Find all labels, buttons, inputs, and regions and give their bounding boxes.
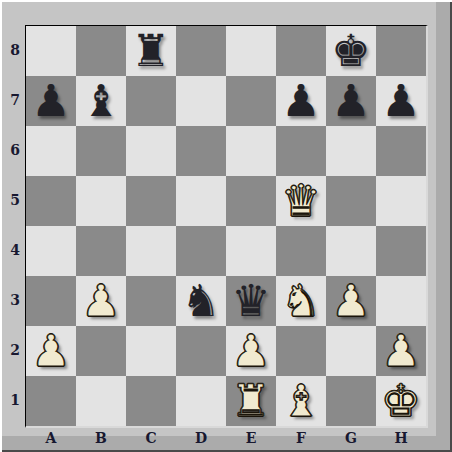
square-d5[interactable] [176,176,226,226]
square-f6[interactable] [276,126,326,176]
black-pawn[interactable]: ♟ [376,76,426,126]
square-f2[interactable] [276,326,326,376]
square-h1[interactable]: ♚ [376,376,426,426]
file-label-d: D [176,428,226,452]
square-d6[interactable] [176,126,226,176]
rank-labels: 87654321 [0,25,25,425]
square-d8[interactable] [176,26,226,76]
square-a8[interactable] [26,26,76,76]
black-queen[interactable]: ♛ [226,276,276,326]
rank-label-8: 8 [0,25,25,75]
white-pawn[interactable]: ♟ [226,326,276,376]
chess-diagram-frame: 87654321 ♜♚♟♝♟♟♟♛♟♞♛♞♟♟♟♟♜♝♚ ABCDEFGH [0,0,452,452]
rank-label-3: 3 [0,275,25,325]
black-rook[interactable]: ♜ [126,26,176,76]
black-pawn[interactable]: ♟ [276,76,326,126]
square-b8[interactable] [76,26,126,76]
square-d1[interactable] [176,376,226,426]
file-label-g: G [326,428,376,452]
file-label-a: A [26,428,76,452]
square-h5[interactable] [376,176,426,226]
square-b7[interactable]: ♝ [76,76,126,126]
square-f8[interactable] [276,26,326,76]
square-c6[interactable] [126,126,176,176]
square-h3[interactable] [376,276,426,326]
white-pawn[interactable]: ♟ [26,326,76,376]
square-e4[interactable] [226,226,276,276]
square-e7[interactable] [226,76,276,126]
black-pawn[interactable]: ♟ [326,76,376,126]
square-c4[interactable] [126,226,176,276]
white-bishop[interactable]: ♝ [276,376,326,426]
square-c7[interactable] [126,76,176,126]
file-label-b: B [76,428,126,452]
square-g7[interactable]: ♟ [326,76,376,126]
square-a3[interactable] [26,276,76,326]
square-c8[interactable]: ♜ [126,26,176,76]
square-d7[interactable] [176,76,226,126]
square-g6[interactable] [326,126,376,176]
square-g2[interactable] [326,326,376,376]
file-label-e: E [226,428,276,452]
square-g1[interactable] [326,376,376,426]
square-d2[interactable] [176,326,226,376]
square-f3[interactable]: ♞ [276,276,326,326]
square-f1[interactable]: ♝ [276,376,326,426]
black-knight[interactable]: ♞ [176,276,226,326]
rank-label-2: 2 [0,325,25,375]
square-b1[interactable] [76,376,126,426]
white-pawn[interactable]: ♟ [76,276,126,326]
rank-label-7: 7 [0,75,25,125]
file-labels: ABCDEFGH [26,428,426,452]
square-h2[interactable]: ♟ [376,326,426,376]
black-king[interactable]: ♚ [326,26,376,76]
chess-board: ♜♚♟♝♟♟♟♛♟♞♛♞♟♟♟♟♜♝♚ [25,25,428,428]
square-b4[interactable] [76,226,126,276]
white-rook[interactable]: ♜ [226,376,276,426]
square-a4[interactable] [26,226,76,276]
square-e1[interactable]: ♜ [226,376,276,426]
square-f4[interactable] [276,226,326,276]
square-b5[interactable] [76,176,126,226]
square-g8[interactable]: ♚ [326,26,376,76]
square-e3[interactable]: ♛ [226,276,276,326]
rank-label-5: 5 [0,175,25,225]
square-c3[interactable] [126,276,176,326]
square-a6[interactable] [26,126,76,176]
rank-label-1: 1 [0,375,25,425]
square-e2[interactable]: ♟ [226,326,276,376]
file-label-c: C [126,428,176,452]
square-f7[interactable]: ♟ [276,76,326,126]
square-e8[interactable] [226,26,276,76]
square-a1[interactable] [26,376,76,426]
file-label-h: H [376,428,426,452]
square-c1[interactable] [126,376,176,426]
square-b3[interactable]: ♟ [76,276,126,326]
white-pawn[interactable]: ♟ [376,326,426,376]
square-a7[interactable]: ♟ [26,76,76,126]
white-knight[interactable]: ♞ [276,276,326,326]
square-g3[interactable]: ♟ [326,276,376,326]
square-h8[interactable] [376,26,426,76]
square-d3[interactable]: ♞ [176,276,226,326]
white-king[interactable]: ♚ [376,376,426,426]
file-label-f: F [276,428,326,452]
square-c2[interactable] [126,326,176,376]
square-h4[interactable] [376,226,426,276]
square-e6[interactable] [226,126,276,176]
white-pawn[interactable]: ♟ [326,276,376,326]
square-h7[interactable]: ♟ [376,76,426,126]
square-b2[interactable] [76,326,126,376]
white-queen[interactable]: ♛ [276,176,326,226]
square-e5[interactable] [226,176,276,226]
square-c5[interactable] [126,176,176,226]
square-f5[interactable]: ♛ [276,176,326,226]
square-a5[interactable] [26,176,76,226]
rank-label-4: 4 [0,225,25,275]
black-bishop[interactable]: ♝ [76,76,126,126]
square-h6[interactable] [376,126,426,176]
rank-label-6: 6 [0,125,25,175]
square-a2[interactable]: ♟ [26,326,76,376]
black-pawn[interactable]: ♟ [26,76,76,126]
square-d4[interactable] [176,226,226,276]
square-g5[interactable] [326,176,376,226]
square-g4[interactable] [326,226,376,276]
square-b6[interactable] [76,126,126,176]
